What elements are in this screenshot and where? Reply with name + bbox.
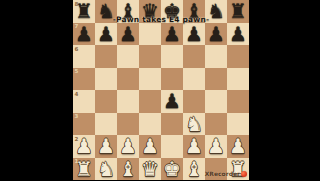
white-pawn-f2: ♟	[185, 135, 203, 158]
watermark-text: XRecorder	[205, 170, 240, 177]
square-g6[interactable]	[205, 45, 227, 68]
square-c5[interactable]	[117, 68, 139, 91]
square-c7[interactable]: ♟	[117, 23, 139, 46]
square-a3[interactable]: 3	[73, 113, 95, 136]
white-pawn-b2: ♟	[97, 135, 115, 158]
square-h4[interactable]	[227, 90, 249, 113]
square-f5[interactable]	[183, 68, 205, 91]
black-pawn-e7: ♟	[163, 23, 181, 46]
square-e6[interactable]	[161, 45, 183, 68]
square-c6[interactable]	[117, 45, 139, 68]
square-b5[interactable]	[95, 68, 117, 91]
square-a4[interactable]: 4	[73, 90, 95, 113]
square-d1[interactable]: ♛	[139, 158, 161, 181]
black-pawn-f7: ♟	[185, 23, 203, 46]
square-b6[interactable]	[95, 45, 117, 68]
square-a2[interactable]: 2♟	[73, 135, 95, 158]
square-g5[interactable]	[205, 68, 227, 91]
square-d2[interactable]: ♟	[139, 135, 161, 158]
square-c4[interactable]	[117, 90, 139, 113]
square-f7[interactable]: ♟	[183, 23, 205, 46]
square-a1[interactable]: 1♜	[73, 158, 95, 181]
square-h2[interactable]: ♟	[227, 135, 249, 158]
square-e4[interactable]: ♟	[161, 90, 183, 113]
square-e1[interactable]: ♚	[161, 158, 183, 181]
rank-label-6: 6	[75, 46, 79, 52]
square-f6[interactable]	[183, 45, 205, 68]
caption-dash-right: -	[206, 15, 209, 24]
square-b2[interactable]: ♟	[95, 135, 117, 158]
xrecorder-watermark: XRecorder	[205, 170, 247, 177]
square-a7[interactable]: 7♟	[73, 23, 95, 46]
move-caption: -Pawn takes E4 pawn-	[73, 15, 249, 24]
white-queen-d1: ♛	[141, 158, 159, 181]
video-frame: 8♜♞♝♛♚♝♞♜7♟♟♟♟♟♟♟654♟3♞2♟♟♟♟♟♟♟1♜♞♝♛♚♝♜ …	[73, 0, 249, 180]
square-d5[interactable]	[139, 68, 161, 91]
square-a5[interactable]: 5	[73, 68, 95, 91]
white-bishop-c1: ♝	[119, 158, 137, 181]
square-f1[interactable]: ♝	[183, 158, 205, 181]
rank-label-5: 5	[75, 68, 79, 74]
white-pawn-h2: ♟	[229, 135, 247, 158]
square-b7[interactable]: ♟	[95, 23, 117, 46]
square-g7[interactable]: ♟	[205, 23, 227, 46]
square-f2[interactable]: ♟	[183, 135, 205, 158]
white-knight-b1: ♞	[97, 158, 115, 181]
square-g2[interactable]: ♟	[205, 135, 227, 158]
square-g4[interactable]	[205, 90, 227, 113]
white-pawn-g2: ♟	[207, 135, 225, 158]
square-f3[interactable]: ♞	[183, 113, 205, 136]
chess-board: 8♜♞♝♛♚♝♞♜7♟♟♟♟♟♟♟654♟3♞2♟♟♟♟♟♟♟1♜♞♝♛♚♝♜	[73, 0, 249, 180]
black-pawn-b7: ♟	[97, 23, 115, 46]
square-e2[interactable]	[161, 135, 183, 158]
square-d7[interactable]	[139, 23, 161, 46]
square-d4[interactable]	[139, 90, 161, 113]
square-h3[interactable]	[227, 113, 249, 136]
square-h5[interactable]	[227, 68, 249, 91]
rank-label-4: 4	[75, 91, 79, 97]
white-knight-f3: ♞	[185, 113, 203, 136]
square-b1[interactable]: ♞	[95, 158, 117, 181]
square-e7[interactable]: ♟	[161, 23, 183, 46]
rank-label-3: 3	[75, 113, 79, 119]
black-pawn-g7: ♟	[207, 23, 225, 46]
square-c1[interactable]: ♝	[117, 158, 139, 181]
square-h6[interactable]	[227, 45, 249, 68]
square-d3[interactable]	[139, 113, 161, 136]
square-b4[interactable]	[95, 90, 117, 113]
caption-text: Pawn takes E4 pawn	[116, 15, 206, 24]
xrecorder-icon	[241, 171, 247, 177]
white-pawn-c2: ♟	[119, 135, 137, 158]
square-b3[interactable]	[95, 113, 117, 136]
black-pawn-e4: ♟	[163, 90, 181, 113]
square-e5[interactable]	[161, 68, 183, 91]
square-c2[interactable]: ♟	[117, 135, 139, 158]
white-bishop-f1: ♝	[185, 158, 203, 181]
white-pawn-d2: ♟	[141, 135, 159, 158]
square-f4[interactable]	[183, 90, 205, 113]
square-a6[interactable]: 6	[73, 45, 95, 68]
caption-dash-left: -	[113, 15, 116, 24]
rank-label-8: 8	[75, 1, 79, 7]
rank-label-1: 1	[75, 158, 79, 164]
black-pawn-h7: ♟	[229, 23, 247, 46]
square-c3[interactable]	[117, 113, 139, 136]
square-e3[interactable]	[161, 113, 183, 136]
square-g3[interactable]	[205, 113, 227, 136]
white-king-e1: ♚	[163, 158, 181, 181]
square-d6[interactable]	[139, 45, 161, 68]
square-h7[interactable]: ♟	[227, 23, 249, 46]
black-pawn-c7: ♟	[119, 23, 137, 46]
rank-label-2: 2	[75, 136, 79, 142]
